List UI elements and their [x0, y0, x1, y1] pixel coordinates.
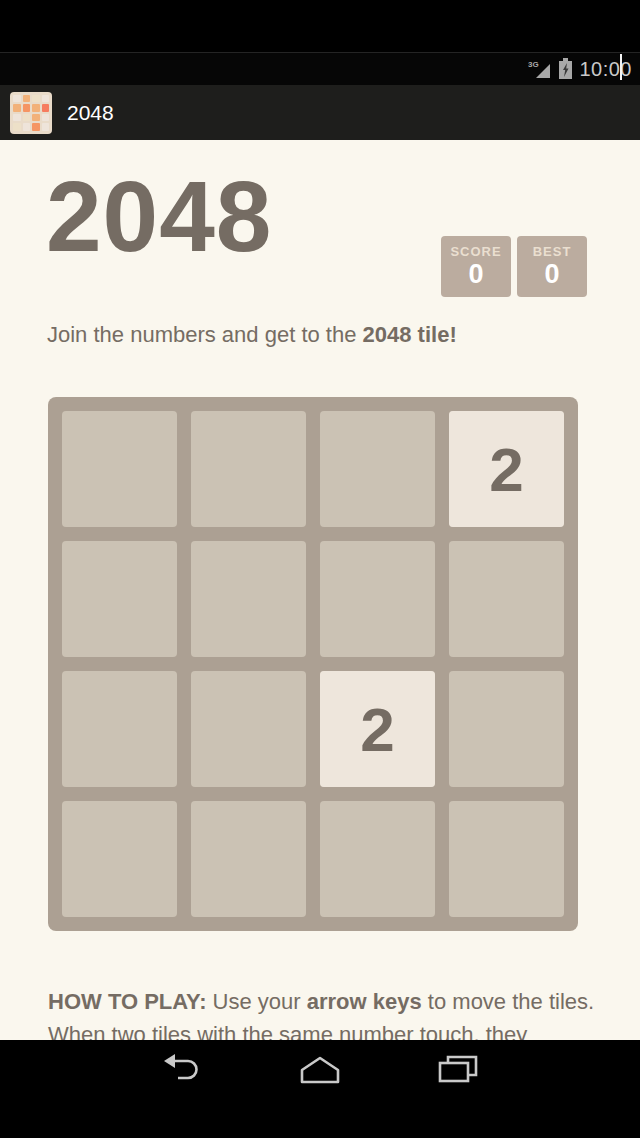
page-title: 2048 — [46, 166, 272, 266]
text-cursor — [620, 54, 622, 80]
best-box: BEST 0 — [517, 236, 587, 297]
board-cell-r0c0 — [62, 411, 177, 527]
svg-text:3G: 3G — [528, 60, 539, 69]
tile-2: 2 — [449, 411, 564, 527]
app-icon-tile-2 — [32, 95, 40, 103]
app-icon-tile-14 — [32, 123, 40, 131]
signal-3g-icon: 3G — [528, 59, 552, 79]
android-screen: 3G 10:00 2048 2048 SCORE 0 BEST 0 Join t… — [0, 0, 640, 1138]
app-icon-tile-6 — [32, 104, 40, 112]
board-cell-r0c3: 2 — [449, 411, 564, 527]
score-value: 0 — [468, 260, 483, 289]
subtitle: Join the numbers and get to the 2048 til… — [47, 322, 457, 348]
recents-icon — [436, 1052, 480, 1090]
game-content: 2048 SCORE 0 BEST 0 Join the numbers and… — [0, 140, 640, 1040]
board-cell-r1c2 — [320, 541, 435, 657]
clock-time: 10:00 — [579, 58, 632, 81]
score-panel: SCORE 0 BEST 0 — [441, 236, 587, 297]
howto-text-1: Use your — [207, 989, 307, 1014]
subtitle-text: Join the numbers and get to the — [47, 322, 363, 347]
howto-bold-1: HOW TO PLAY: — [48, 989, 207, 1014]
app-icon-tile-5 — [23, 104, 31, 112]
board-cell-r3c3 — [449, 801, 564, 917]
board-cell-r1c1 — [191, 541, 306, 657]
app-icon-tile-4 — [13, 104, 21, 112]
app-icon-tile-7 — [42, 104, 50, 112]
app-2048-icon — [10, 92, 52, 134]
home-icon — [298, 1052, 342, 1090]
board-cell-r3c2 — [320, 801, 435, 917]
board-cell-r1c3 — [449, 541, 564, 657]
app-icon-tile-1 — [23, 95, 31, 103]
how-to-play: HOW TO PLAY: Use your arrow keys to move… — [48, 985, 596, 1040]
subtitle-bold: 2048 tile! — [363, 322, 457, 347]
app-icon-tile-10 — [32, 114, 40, 122]
status-bar: 3G 10:00 — [0, 52, 640, 85]
recents-button[interactable] — [435, 1051, 481, 1091]
board-cell-r3c0 — [62, 801, 177, 917]
app-icon-tile-9 — [23, 114, 31, 122]
back-button[interactable] — [159, 1051, 205, 1091]
board-cell-r2c0 — [62, 671, 177, 787]
howto-bold-2: arrow keys — [307, 989, 422, 1014]
top-black-strip — [0, 0, 640, 52]
app-icon-tile-3 — [42, 95, 50, 103]
battery-charging-icon — [558, 58, 573, 80]
app-icon-tile-0 — [13, 95, 21, 103]
app-icon-tile-15 — [42, 123, 50, 131]
home-button[interactable] — [297, 1051, 343, 1091]
navigation-bar — [0, 1040, 640, 1138]
app-bar: 2048 — [0, 85, 640, 140]
board-cell-r0c2 — [320, 411, 435, 527]
board-cell-r2c1 — [191, 671, 306, 787]
best-label: BEST — [533, 244, 572, 260]
app-icon-tile-8 — [13, 114, 21, 122]
board[interactable]: 22 — [48, 397, 578, 931]
tile-2: 2 — [320, 671, 435, 787]
best-value: 0 — [544, 260, 559, 289]
app-icon-tile-12 — [13, 123, 21, 131]
score-box: SCORE 0 — [441, 236, 511, 297]
board-cell-r0c1 — [191, 411, 306, 527]
app-icon-tile-11 — [42, 114, 50, 122]
score-label: SCORE — [450, 244, 501, 260]
board-cell-r2c3 — [449, 671, 564, 787]
back-icon — [159, 1052, 205, 1090]
board-cell-r2c2: 2 — [320, 671, 435, 787]
app-bar-title: 2048 — [67, 101, 114, 125]
board-cell-r3c1 — [191, 801, 306, 917]
app-icon-tile-13 — [23, 123, 31, 131]
board-cell-r1c0 — [62, 541, 177, 657]
